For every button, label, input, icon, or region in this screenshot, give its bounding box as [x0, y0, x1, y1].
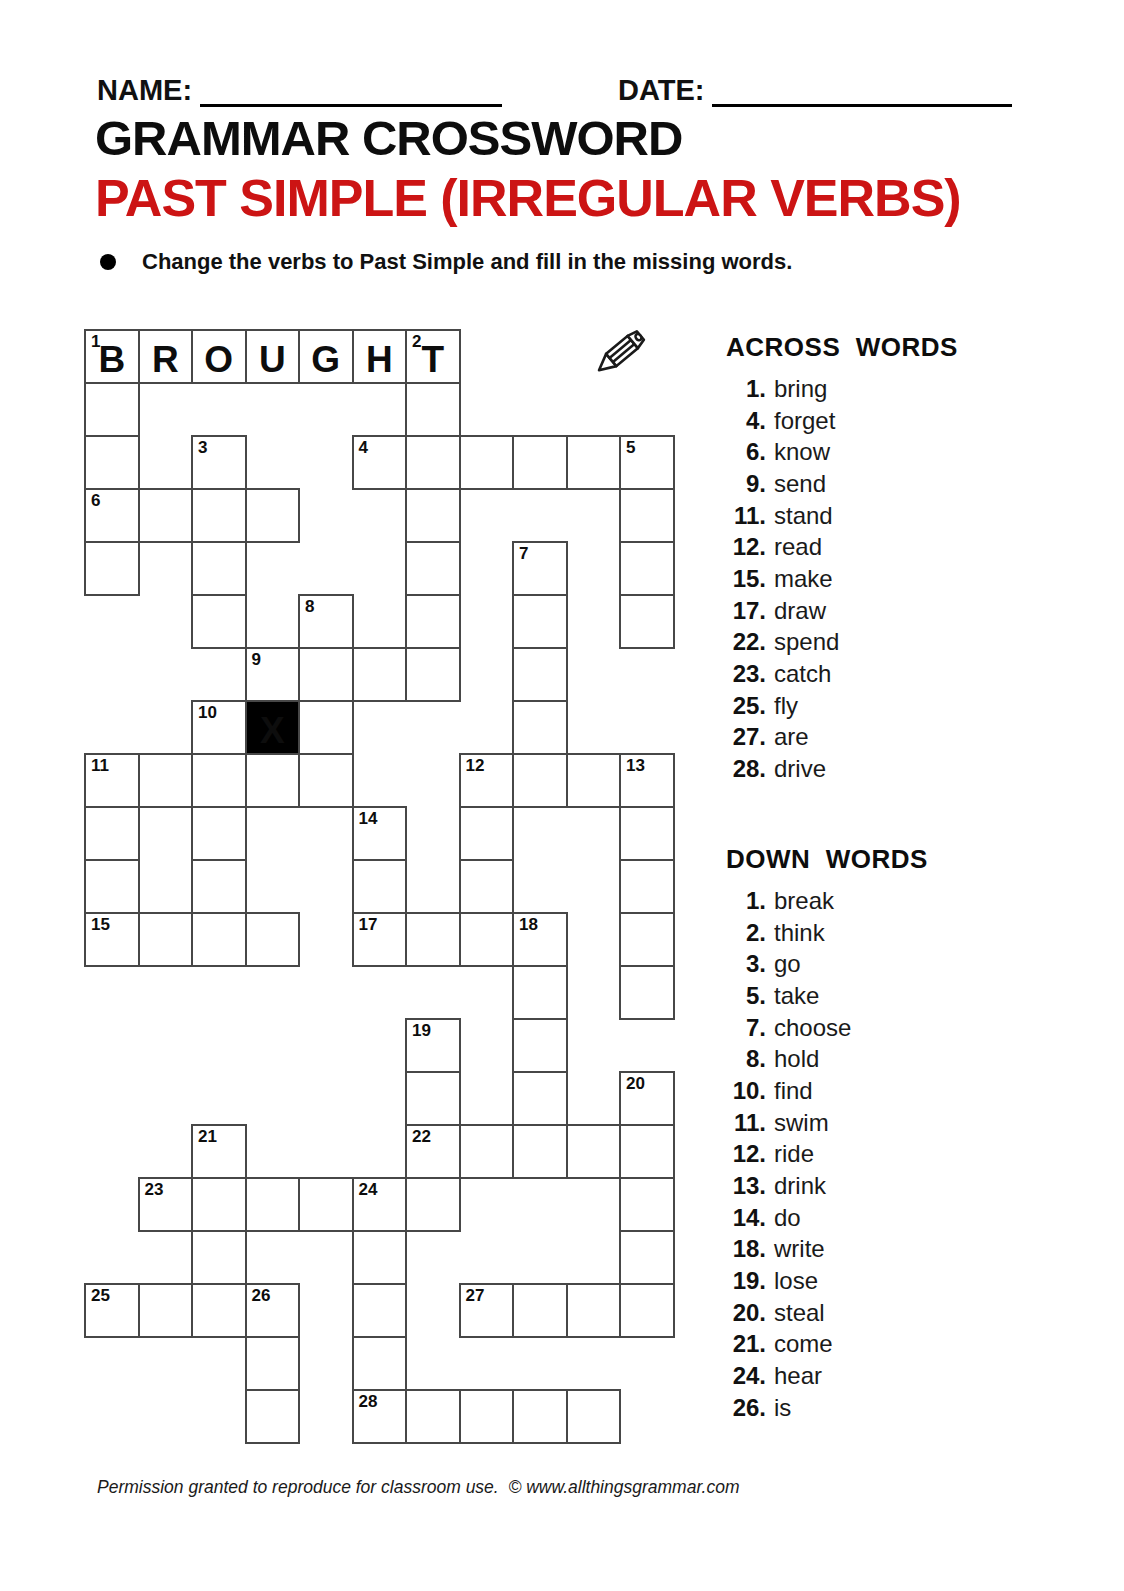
cell-r10c0[interactable]	[84, 859, 140, 914]
cell-r8c4[interactable]	[298, 753, 354, 808]
down-clue-item: 3.go	[726, 948, 1056, 980]
down-clue-item: 26.is	[726, 1392, 1056, 1424]
down-clue-item: 24.hear	[726, 1360, 1056, 1392]
cell-r0c4[interactable]: G	[298, 329, 354, 384]
cell-r16c6[interactable]	[405, 1177, 461, 1232]
cell-r10c2[interactable]	[191, 859, 247, 914]
down-clue-item: 13.drink	[726, 1170, 1056, 1202]
clue-item-number: 11.	[726, 1109, 766, 1137]
cell-r3c10[interactable]	[619, 488, 675, 543]
cell-r3c1[interactable]	[138, 488, 194, 543]
clue-number: 13	[626, 757, 645, 776]
across-clue-list: 1.bring4.forget6.know9.send11.stand12.re…	[726, 373, 1056, 785]
clue-item-word: think	[774, 919, 825, 947]
clue-item-number: 21.	[726, 1330, 766, 1358]
cell-r8c8[interactable]	[512, 753, 568, 808]
date-label: DATE:	[618, 74, 704, 107]
clue-item-word: steal	[774, 1299, 825, 1327]
cell-r3c2[interactable]	[191, 488, 247, 543]
clue-item-word: hold	[774, 1045, 819, 1073]
cell-r10c10[interactable]	[619, 859, 675, 914]
bullet-icon	[100, 254, 116, 270]
clue-number: 8	[305, 598, 314, 617]
cell-letter: H	[354, 340, 406, 377]
instruction-text: Change the verbs to Past Simple and fill…	[142, 249, 792, 275]
date-input-line[interactable]	[712, 72, 1012, 107]
clue-item-number: 26.	[726, 1394, 766, 1422]
cell-r0c1[interactable]: R	[138, 329, 194, 384]
cell-r6c6[interactable]	[405, 647, 461, 702]
clue-item-number: 25.	[726, 692, 766, 720]
cell-r15c9[interactable]	[566, 1124, 622, 1179]
cell-r17c2[interactable]	[191, 1230, 247, 1285]
clue-number: 6	[91, 492, 100, 511]
clue-number: 5	[626, 439, 635, 458]
clue-number: 26	[252, 1287, 271, 1306]
cell-r11c10[interactable]	[619, 912, 675, 967]
clue-item-word: know	[774, 438, 830, 466]
clue-item-number: 15.	[726, 565, 766, 593]
cell-r8c0[interactable]: 11	[84, 753, 140, 808]
page-title: GRAMMAR CROSSWORD	[95, 110, 682, 166]
clue-item-number: 8.	[726, 1045, 766, 1073]
clue-item-number: 12.	[726, 1140, 766, 1168]
clue-item-word: lose	[774, 1267, 818, 1295]
clue-item-word: send	[774, 470, 826, 498]
cell-r4c2[interactable]	[191, 541, 247, 596]
name-input-line[interactable]	[200, 72, 502, 107]
cell-r10c7[interactable]	[459, 859, 515, 914]
clue-item-word: swim	[774, 1109, 829, 1137]
cell-r12c10[interactable]	[619, 965, 675, 1020]
cell-r5c10[interactable]	[619, 594, 675, 649]
across-clue-item: 12.read	[726, 531, 1056, 563]
clue-number: 28	[359, 1393, 378, 1412]
clue-item-word: bring	[774, 375, 827, 403]
cell-r18c3[interactable]: 26	[245, 1283, 301, 1338]
cell-r11c8[interactable]: 18	[512, 912, 568, 967]
clue-item-number: 13.	[726, 1172, 766, 1200]
clue-item-number: 22.	[726, 628, 766, 656]
cell-r14c6[interactable]	[405, 1071, 461, 1126]
clue-item-word: catch	[774, 660, 831, 688]
cell-r7c8[interactable]	[512, 700, 568, 755]
cell-r8c7[interactable]: 12	[459, 753, 515, 808]
name-field: NAME:	[97, 72, 502, 107]
cell-r1c6[interactable]	[405, 382, 461, 437]
cell-r6c3[interactable]: 9	[245, 647, 301, 702]
cell-r11c2[interactable]	[191, 912, 247, 967]
clue-item-number: 6.	[726, 438, 766, 466]
clue-item-word: ride	[774, 1140, 814, 1168]
down-clue-item: 18.write	[726, 1234, 1056, 1266]
cell-r9c7[interactable]	[459, 806, 515, 861]
clue-item-word: drink	[774, 1172, 826, 1200]
cell-r13c6[interactable]: 19	[405, 1018, 461, 1073]
cell-r19c5[interactable]	[352, 1336, 408, 1391]
black-cell: X	[245, 700, 301, 755]
cell-r15c10[interactable]	[619, 1124, 675, 1179]
down-clue-item: 8.hold	[726, 1043, 1056, 1075]
cell-r3c0[interactable]: 6	[84, 488, 140, 543]
across-header: ACROSS WORDS	[726, 332, 1056, 363]
cell-r9c10[interactable]	[619, 806, 675, 861]
cell-r3c3[interactable]	[245, 488, 301, 543]
across-clue-item: 22.spend	[726, 627, 1056, 659]
down-clue-item: 14.do	[726, 1202, 1056, 1234]
clue-number: 17	[359, 916, 378, 935]
footer-text: Permission granted to reproduce for clas…	[97, 1477, 740, 1498]
cell-letter: X	[247, 711, 299, 748]
page-subtitle: PAST SIMPLE (IRREGULAR VERBS)	[95, 168, 961, 228]
clue-item-word: find	[774, 1077, 813, 1105]
cell-r5c8[interactable]	[512, 594, 568, 649]
cell-r2c9[interactable]	[566, 435, 622, 490]
clue-number: 24	[359, 1181, 378, 1200]
clue-item-number: 23.	[726, 660, 766, 688]
clue-item-word: draw	[774, 597, 826, 625]
clue-number: 14	[359, 810, 378, 829]
cell-r11c0[interactable]: 15	[84, 912, 140, 967]
clue-item-number: 2.	[726, 919, 766, 947]
cell-letter: O	[193, 340, 245, 377]
cell-letter: R	[140, 340, 192, 377]
cell-r16c1[interactable]: 23	[138, 1177, 194, 1232]
clue-number: 10	[198, 704, 217, 723]
cell-r14c10[interactable]: 20	[619, 1071, 675, 1126]
cell-r0c0[interactable]: 1B	[84, 329, 140, 384]
clue-item-word: fly	[774, 692, 798, 720]
cell-r18c9[interactable]	[566, 1283, 622, 1338]
cell-r16c4[interactable]	[298, 1177, 354, 1232]
name-label: NAME:	[97, 74, 192, 107]
down-section: DOWN WORDS 1.break2.think3.go5.take7.cho…	[726, 844, 1056, 1424]
cell-r20c3[interactable]	[245, 1389, 301, 1444]
cell-r16c5[interactable]: 24	[352, 1177, 408, 1232]
clue-item-word: choose	[774, 1014, 851, 1042]
cell-letter: T	[407, 340, 459, 377]
cell-r4c8[interactable]: 7	[512, 541, 568, 596]
across-clue-item: 23.catch	[726, 658, 1056, 690]
clue-item-word: come	[774, 1330, 833, 1358]
cell-r11c7[interactable]	[459, 912, 515, 967]
cell-r8c3[interactable]	[245, 753, 301, 808]
clue-item-word: hear	[774, 1362, 822, 1390]
down-clue-item: 21.come	[726, 1329, 1056, 1361]
clue-item-number: 5.	[726, 982, 766, 1010]
cell-r6c8[interactable]	[512, 647, 568, 702]
clue-number: 20	[626, 1075, 645, 1094]
across-clue-item: 11.stand	[726, 500, 1056, 532]
clue-number: 22	[412, 1128, 431, 1147]
cell-r8c2[interactable]	[191, 753, 247, 808]
down-clue-item: 7.choose	[726, 1012, 1056, 1044]
cell-r6c4[interactable]	[298, 647, 354, 702]
cell-r0c5[interactable]: H	[352, 329, 408, 384]
clue-item-word: take	[774, 982, 819, 1010]
cell-r5c6[interactable]	[405, 594, 461, 649]
cell-r9c0[interactable]	[84, 806, 140, 861]
clue-item-word: read	[774, 533, 822, 561]
cell-r17c5[interactable]	[352, 1230, 408, 1285]
instruction-line: Change the verbs to Past Simple and fill…	[100, 249, 792, 275]
clue-item-number: 7.	[726, 1014, 766, 1042]
cell-r15c8[interactable]	[512, 1124, 568, 1179]
cell-r20c5[interactable]: 28	[352, 1389, 408, 1444]
cell-r2c10[interactable]: 5	[619, 435, 675, 490]
clue-item-number: 1.	[726, 375, 766, 403]
across-clue-item: 25.fly	[726, 690, 1056, 722]
cell-r20c7[interactable]	[459, 1389, 515, 1444]
across-clue-item: 1.bring	[726, 373, 1056, 405]
clue-item-number: 14.	[726, 1204, 766, 1232]
down-clue-item: 20.steal	[726, 1297, 1056, 1329]
date-field: DATE:	[618, 72, 1012, 107]
cell-r18c7[interactable]: 27	[459, 1283, 515, 1338]
clue-number: 3	[198, 439, 207, 458]
cell-letter: U	[247, 340, 299, 377]
clue-item-word: break	[774, 887, 834, 915]
cell-r8c1[interactable]	[138, 753, 194, 808]
cell-r15c2[interactable]: 21	[191, 1124, 247, 1179]
cell-r16c10[interactable]	[619, 1177, 675, 1232]
clue-item-word: are	[774, 723, 809, 751]
cell-r4c10[interactable]	[619, 541, 675, 596]
cell-r2c7[interactable]	[459, 435, 515, 490]
down-clue-item: 10.find	[726, 1075, 1056, 1107]
cell-r20c9[interactable]	[566, 1389, 622, 1444]
clue-item-word: do	[774, 1204, 801, 1232]
cell-r5c4[interactable]: 8	[298, 594, 354, 649]
clue-item-number: 28.	[726, 755, 766, 783]
clue-number: 18	[519, 916, 538, 935]
clue-item-word: stand	[774, 502, 833, 530]
cell-r8c9[interactable]	[566, 753, 622, 808]
cell-r15c6[interactable]: 22	[405, 1124, 461, 1179]
pencil-icon	[584, 320, 660, 386]
across-clue-item: 15.make	[726, 563, 1056, 595]
clue-item-number: 12.	[726, 533, 766, 561]
down-clue-item: 12.ride	[726, 1139, 1056, 1171]
cell-r8c10[interactable]: 13	[619, 753, 675, 808]
across-clue-item: 27.are	[726, 722, 1056, 754]
clue-item-number: 20.	[726, 1299, 766, 1327]
cell-r6c5[interactable]	[352, 647, 408, 702]
across-section: ACROSS WORDS 1.bring4.forget6.know9.send…	[726, 332, 1056, 785]
cell-r17c10[interactable]	[619, 1230, 675, 1285]
down-clue-item: 5.take	[726, 980, 1056, 1012]
cell-r2c5[interactable]: 4	[352, 435, 408, 490]
clue-number: 21	[198, 1128, 217, 1147]
clue-number: 4	[359, 439, 368, 458]
clue-item-word: drive	[774, 755, 826, 783]
clue-item-number: 19.	[726, 1267, 766, 1295]
clue-item-number: 1.	[726, 887, 766, 915]
cell-r4c6[interactable]	[405, 541, 461, 596]
cell-r1c0[interactable]	[84, 382, 140, 437]
down-clue-item: 2.think	[726, 917, 1056, 949]
cell-r4c0[interactable]	[84, 541, 140, 596]
cell-r9c5[interactable]: 14	[352, 806, 408, 861]
down-clue-list: 1.break2.think3.go5.take7.choose8.hold10…	[726, 885, 1056, 1424]
cell-r20c8[interactable]	[512, 1389, 568, 1444]
clue-number: 11	[91, 757, 109, 776]
clue-number: 25	[91, 1287, 110, 1306]
cell-r16c3[interactable]	[245, 1177, 301, 1232]
clue-number: 7	[519, 545, 528, 564]
down-clue-item: 1.break	[726, 885, 1056, 917]
cell-r20c6[interactable]	[405, 1389, 461, 1444]
cell-r16c2[interactable]	[191, 1177, 247, 1232]
down-clue-item: 11.swim	[726, 1107, 1056, 1139]
cell-r11c3[interactable]	[245, 912, 301, 967]
cell-letter: G	[300, 340, 352, 377]
cell-r0c3[interactable]: U	[245, 329, 301, 384]
across-clue-item: 4.forget	[726, 405, 1056, 437]
cell-r9c2[interactable]	[191, 806, 247, 861]
cell-r7c4[interactable]	[298, 700, 354, 755]
cell-r14c8[interactable]	[512, 1071, 568, 1126]
clue-number: 23	[145, 1181, 164, 1200]
clue-item-number: 10.	[726, 1077, 766, 1105]
clue-item-word: spend	[774, 628, 839, 656]
cell-r19c3[interactable]	[245, 1336, 301, 1391]
clue-number: 9	[252, 651, 261, 670]
cell-r18c10[interactable]	[619, 1283, 675, 1338]
clue-item-word: write	[774, 1235, 825, 1263]
cell-r15c7[interactable]	[459, 1124, 515, 1179]
clue-item-word: make	[774, 565, 833, 593]
clue-item-word: forget	[774, 407, 835, 435]
across-clue-item: 17.draw	[726, 595, 1056, 627]
clue-number: 15	[91, 916, 110, 935]
across-clue-item: 9.send	[726, 468, 1056, 500]
cell-r12c8[interactable]	[512, 965, 568, 1020]
cell-r13c8[interactable]	[512, 1018, 568, 1073]
clue-item-word: is	[774, 1394, 791, 1422]
cell-r18c2[interactable]	[191, 1283, 247, 1338]
cell-letter: B	[86, 340, 138, 377]
cell-r18c5[interactable]	[352, 1283, 408, 1338]
clue-number: 19	[412, 1022, 431, 1041]
clue-item-number: 18.	[726, 1235, 766, 1263]
cell-r18c8[interactable]	[512, 1283, 568, 1338]
cell-r2c8[interactable]	[512, 435, 568, 490]
clue-item-number: 11.	[726, 502, 766, 530]
clue-item-number: 24.	[726, 1362, 766, 1390]
across-clue-item: 6.know	[726, 436, 1056, 468]
down-clue-item: 19.lose	[726, 1265, 1056, 1297]
cell-r11c6[interactable]	[405, 912, 461, 967]
cell-r3c6[interactable]	[405, 488, 461, 543]
crossword-board: 1BROUGH2T345678910X111213141517181920212…	[85, 330, 674, 1443]
cell-r18c1[interactable]	[138, 1283, 194, 1338]
cell-r10c5[interactable]	[352, 859, 408, 914]
cell-r2c2[interactable]: 3	[191, 435, 247, 490]
clue-item-number: 17.	[726, 597, 766, 625]
down-header: DOWN WORDS	[726, 844, 1056, 875]
clue-number: 12	[466, 757, 485, 776]
cell-r11c5[interactable]: 17	[352, 912, 408, 967]
clue-item-number: 9.	[726, 470, 766, 498]
clue-item-number: 4.	[726, 407, 766, 435]
cell-r0c2[interactable]: O	[191, 329, 247, 384]
cell-r2c0[interactable]	[84, 435, 140, 490]
cell-r18c0[interactable]: 25	[84, 1283, 140, 1338]
cell-r7c2[interactable]: 10	[191, 700, 247, 755]
clue-number: 27	[466, 1287, 485, 1306]
cell-r2c6[interactable]	[405, 435, 461, 490]
clue-item-number: 3.	[726, 950, 766, 978]
cell-r0c6[interactable]: 2T	[405, 329, 461, 384]
cell-r11c1[interactable]	[138, 912, 194, 967]
cell-r5c2[interactable]	[191, 594, 247, 649]
across-clue-item: 28.drive	[726, 753, 1056, 785]
clue-item-word: go	[774, 950, 801, 978]
clue-item-number: 27.	[726, 723, 766, 751]
